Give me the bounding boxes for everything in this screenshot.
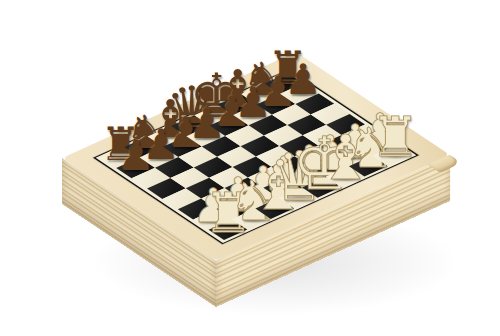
piece-white-rook-h1: ♜ <box>350 110 440 165</box>
product-photo-stage: ♜♞♝♛♚♝♞♜♟♟♟♟♟♟♟♟♟♟♟♟♟♟♟♟♜♞♝♛♚♝♞♜ <box>0 0 500 336</box>
square-h1: ♜ <box>372 145 411 166</box>
piece-black-pawn-h7: ♟ <box>258 59 348 101</box>
